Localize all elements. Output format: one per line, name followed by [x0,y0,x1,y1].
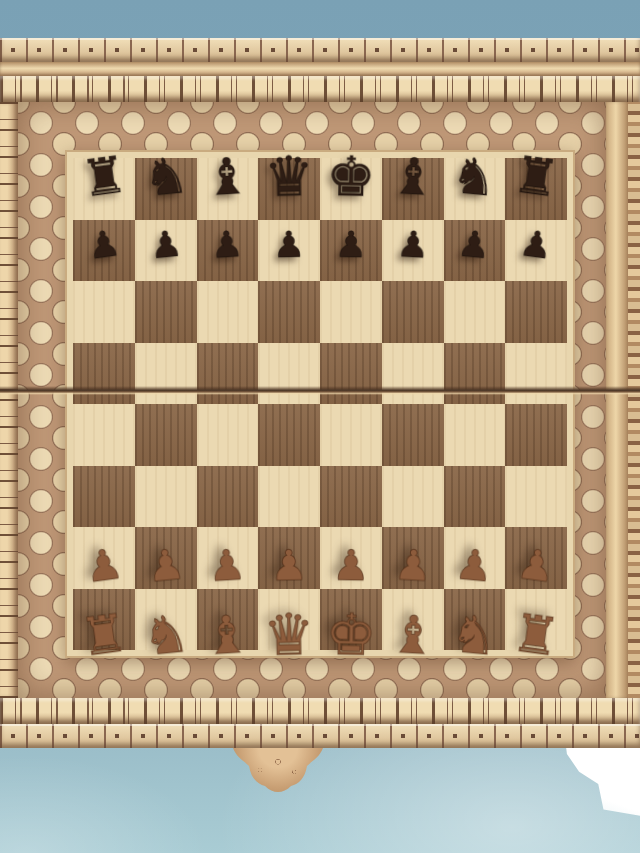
square-e4[interactable] [320,404,382,466]
board-hinge-seam [0,386,640,395]
square-a6[interactable] [73,281,135,343]
square-b7[interactable]: ♟ [135,220,197,282]
square-f6[interactable] [382,281,444,343]
chess-board: ♜♞♝♛♚♝♞♜♟♟♟♟♟♟♟♟♟♟♟♟♟♟♟♟♜♞♝♛♚♝♞♜ [65,150,575,658]
square-a8[interactable]: ♜ [73,158,135,220]
piece-white-pawn[interactable]: ♟ [515,542,558,589]
square-d2[interactable]: ♟ [258,527,320,589]
table-edge-right [606,102,628,698]
carved-dentil-molding-top [0,76,640,102]
carved-dentil-molding-bottom [0,698,640,724]
square-d1[interactable]: ♛ [258,589,320,651]
square-h3[interactable] [505,466,567,528]
square-a1[interactable]: ♜ [73,589,135,651]
piece-black-pawn[interactable]: ♟ [518,225,555,265]
piece-black-knight[interactable]: ♞ [450,150,499,204]
square-b4[interactable] [135,404,197,466]
square-b6[interactable] [135,281,197,343]
square-d7[interactable]: ♟ [258,220,320,282]
square-c4[interactable] [197,404,259,466]
square-f4[interactable] [382,404,444,466]
square-e8[interactable]: ♚ [320,158,382,220]
square-h2[interactable]: ♟ [505,527,567,589]
piece-black-pawn[interactable]: ♟ [457,226,493,265]
piece-white-knight[interactable]: ♞ [140,607,191,663]
piece-black-pawn[interactable]: ♟ [273,227,306,264]
piece-white-rook[interactable]: ♜ [510,606,563,664]
piece-white-pawn[interactable]: ♟ [270,544,308,587]
piece-black-king[interactable]: ♚ [326,149,376,205]
piece-black-pawn[interactable]: ♟ [148,226,184,265]
square-g8[interactable]: ♞ [444,158,506,220]
square-b1[interactable]: ♞ [135,589,197,651]
square-g4[interactable] [444,404,506,466]
piece-black-pawn[interactable]: ♟ [395,226,429,264]
square-h7[interactable]: ♟ [505,220,567,282]
square-e2[interactable]: ♟ [320,527,382,589]
square-e6[interactable] [320,281,382,343]
square-a2[interactable]: ♟ [73,527,135,589]
piece-white-pawn[interactable]: ♟ [145,543,187,588]
square-d4[interactable] [258,404,320,466]
carved-dentil-molding-left [0,102,18,698]
piece-white-pawn[interactable]: ♟ [332,544,370,587]
square-d3[interactable] [258,466,320,528]
square-f8[interactable]: ♝ [382,158,444,220]
piece-white-rook[interactable]: ♜ [77,606,130,664]
piece-black-rook[interactable]: ♜ [511,149,562,205]
piece-white-pawn[interactable]: ♟ [82,542,125,589]
square-b2[interactable]: ♟ [135,527,197,589]
square-h8[interactable]: ♜ [505,158,567,220]
carved-zigzag-edge-right [628,102,640,698]
piece-black-rook[interactable]: ♜ [78,149,129,205]
piece-white-pawn[interactable]: ♟ [454,543,496,588]
piece-white-bishop[interactable]: ♝ [203,608,253,663]
piece-white-pawn[interactable]: ♟ [207,544,247,588]
square-b3[interactable] [135,466,197,528]
square-b8[interactable]: ♞ [135,158,197,220]
carved-bead-molding-bottom [0,724,640,748]
square-g3[interactable] [444,466,506,528]
piece-white-bishop[interactable]: ♝ [388,608,438,663]
square-g1[interactable]: ♞ [444,589,506,651]
square-c2[interactable]: ♟ [197,527,259,589]
square-g6[interactable] [444,281,506,343]
square-h4[interactable] [505,404,567,466]
square-f2[interactable]: ♟ [382,527,444,589]
piece-white-king[interactable]: ♚ [325,606,377,664]
square-e1[interactable]: ♚ [320,589,382,651]
square-c3[interactable] [197,466,259,528]
square-a3[interactable] [73,466,135,528]
square-c8[interactable]: ♝ [197,158,259,220]
square-d6[interactable] [258,281,320,343]
piece-black-bishop[interactable]: ♝ [204,151,252,203]
square-a7[interactable]: ♟ [73,220,135,282]
square-d8[interactable]: ♛ [258,158,320,220]
piece-black-bishop[interactable]: ♝ [389,151,437,203]
square-h6[interactable] [505,281,567,343]
piece-black-queen[interactable]: ♛ [264,149,314,205]
piece-white-knight[interactable]: ♞ [449,607,500,663]
square-g7[interactable]: ♟ [444,220,506,282]
piece-black-pawn[interactable]: ♟ [210,226,244,264]
square-c1[interactable]: ♝ [197,589,259,651]
square-c7[interactable]: ♟ [197,220,259,282]
square-a4[interactable] [73,404,135,466]
piece-white-queen[interactable]: ♛ [263,606,315,664]
piece-white-pawn[interactable]: ♟ [393,544,433,588]
square-f3[interactable] [382,466,444,528]
piece-black-pawn[interactable]: ♟ [85,225,122,265]
square-e3[interactable] [320,466,382,528]
carved-bead-molding-top [0,38,640,62]
piece-black-pawn[interactable]: ♟ [334,227,367,264]
square-h1[interactable]: ♜ [505,589,567,651]
square-f7[interactable]: ♟ [382,220,444,282]
chess-board-grid: ♜♞♝♛♚♝♞♜♟♟♟♟♟♟♟♟♟♟♟♟♟♟♟♟♜♞♝♛♚♝♞♜ [73,158,567,650]
square-g2[interactable]: ♟ [444,527,506,589]
square-c6[interactable] [197,281,259,343]
overhead-photo-carved-chess-table: ♜♞♝♛♚♝♞♜♟♟♟♟♟♟♟♟♟♟♟♟♟♟♟♟♜♞♝♛♚♝♞♜ [0,0,640,853]
square-e7[interactable]: ♟ [320,220,382,282]
square-f1[interactable]: ♝ [382,589,444,651]
piece-black-knight[interactable]: ♞ [141,150,190,204]
table-edge-molding-top [0,62,640,76]
